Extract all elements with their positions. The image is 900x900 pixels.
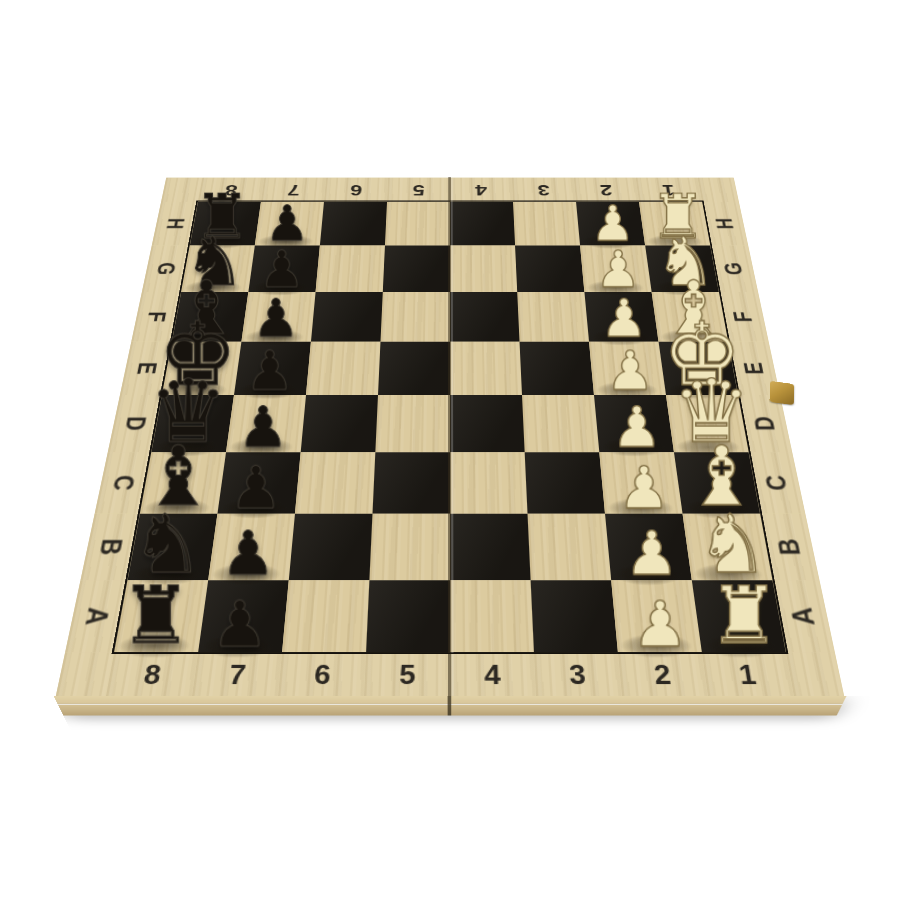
board-corner [786,652,845,697]
square-e7: ♟ [234,342,311,395]
brass-latch [769,381,794,405]
rank-label-bottom-8: 8 [106,652,198,697]
square-a1: ♜ [692,580,786,652]
square-e3 [520,342,594,395]
rank-label-top-2: 2 [574,178,639,202]
square-e6 [306,342,380,395]
piece-shadow [587,379,669,402]
square-b6 [289,514,373,580]
square-g4 [450,246,517,293]
coordinate-text: 4 [475,182,487,196]
coordinate-text: 4 [484,661,501,688]
square-e4 [450,342,522,395]
rank-label-top-8: 8 [198,178,264,202]
square-g2: ♟ [580,246,652,293]
rank-label-bottom-1: 1 [702,652,794,697]
coordinate-text: F [144,311,170,322]
piece-shadow [651,327,731,348]
square-a7: ♟ [198,580,289,652]
board-grid: 87654321H♜♟♟♜HG♞♟♟♞GF♝♟♟♝FE♚♟♟♚ED♛♟♟♛DC♝… [56,178,845,697]
rank-label-bottom-3: 3 [534,652,622,697]
piece-shadow [119,560,212,589]
square-f1: ♝ [652,292,728,342]
coordinate-text: 3 [537,182,550,196]
square-h6 [320,202,387,246]
coordinate-text: A [81,607,113,625]
coordinate-text: 5 [413,182,425,196]
coordinate-text: 8 [224,182,238,196]
square-c3 [525,452,605,514]
rank-label-top-4: 4 [450,178,513,202]
rank-label-bottom-5: 5 [364,652,450,697]
square-e2: ♟ [589,342,666,395]
square-e5 [378,342,450,395]
square-b5 [369,514,450,580]
square-d8: ♛ [151,395,234,452]
coordinate-text: E [133,362,160,374]
square-d1: ♛ [666,395,749,452]
square-d4 [450,395,525,452]
piece-shadow [683,560,776,589]
coordinate-text: 3 [568,661,586,688]
piece-shadow [155,379,238,402]
square-h2: ♟ [576,202,645,246]
file-label-left-E: E [120,342,172,395]
coordinate-text: C [109,475,138,490]
square-h8: ♜ [190,202,261,246]
square-a2: ♟ [611,580,702,652]
board-corner [698,178,739,202]
rank-label-top-7: 7 [261,178,326,202]
square-h7: ♟ [255,202,324,246]
coordinate-text: 2 [653,661,673,688]
square-c8: ♝ [140,452,226,514]
square-c1: ♝ [674,452,760,514]
square-a4 [450,580,534,652]
square-c7: ♟ [217,452,300,514]
square-g6 [316,246,385,293]
square-g7: ♟ [248,246,320,293]
coordinate-text: G [721,262,746,275]
coordinate-text: 5 [399,661,416,688]
piece-shadow [658,379,741,402]
square-f7: ♟ [241,292,315,342]
square-d7: ♟ [226,395,306,452]
square-g8: ♞ [181,246,255,293]
square-d2: ♟ [594,395,674,452]
square-a3 [531,580,618,652]
square-f6 [311,292,383,342]
square-f2: ♟ [584,292,658,342]
coordinate-text: D [121,416,149,430]
rank-label-top-1: 1 [636,178,702,202]
square-d5 [375,395,450,452]
file-label-left-C: C [95,452,152,514]
square-c6 [295,452,375,514]
coordinate-text: B [774,538,805,555]
square-g3 [515,246,584,293]
file-label-left-F: F [131,292,181,342]
coordinate-text: 2 [599,182,613,196]
chess-board: 87654321H♜♟♟♜HG♞♟♟♞GF♝♟♟♝FE♚♟♟♚ED♛♟♟♛DC♝… [56,178,845,697]
square-f3 [517,292,589,342]
rank-label-top-6: 6 [324,178,388,202]
square-b2: ♟ [605,514,692,580]
coordinate-text: 8 [142,661,163,688]
square-d6 [301,395,378,452]
square-b3 [528,514,612,580]
coordinate-text: A [787,607,819,625]
piece-shadow [200,560,292,589]
square-f5 [380,292,450,342]
square-g5 [383,246,450,293]
coordinate-text: E [740,362,767,374]
coordinate-text: H [713,218,737,229]
square-e8: ♚ [162,342,241,395]
board-corner [161,178,202,202]
square-a5 [366,580,450,652]
rank-label-bottom-7: 7 [192,652,282,697]
coordinate-text: G [153,262,178,275]
piece-shadow [165,327,245,348]
file-label-right-C: C [749,452,806,514]
coordinate-text: 7 [287,182,301,196]
square-b8: ♞ [128,514,218,580]
square-c2: ♟ [599,452,682,514]
coordinate-text: 1 [737,661,758,688]
coordinate-text: D [751,416,779,430]
file-label-right-F: F [719,292,769,342]
square-b4 [450,514,531,580]
piece-shadow [603,560,695,589]
rank-label-top-5: 5 [387,178,450,202]
square-g1: ♞ [645,246,719,293]
side-edge-seam [448,696,452,716]
board-scene: 87654321H♜♟♟♜HG♞♟♟♞GF♝♟♟♝FE♚♟♟♚ED♛♟♟♛DC♝… [120,65,780,725]
board-side-edge [53,696,846,716]
rank-label-bottom-2: 2 [618,652,708,697]
coordinate-text: B [95,538,126,555]
piece-shadow [227,379,309,402]
square-c4 [450,452,528,514]
square-a6 [282,580,369,652]
coordinate-text: 6 [313,661,331,688]
square-b7: ♟ [208,514,295,580]
square-h4 [450,202,515,246]
square-f8: ♝ [172,292,248,342]
rank-label-top-3: 3 [512,178,576,202]
coordinate-text: 1 [661,182,675,196]
photo-background: 87654321H♜♟♟♜HG♞♟♟♞GF♝♟♟♝FE♚♟♟♚ED♛♟♟♛DC♝… [0,0,900,900]
square-b1: ♞ [683,514,773,580]
square-h1: ♜ [639,202,710,246]
rank-label-bottom-4: 4 [450,652,536,697]
coordinate-text: F [730,311,756,322]
square-h3 [513,202,580,246]
square-a8: ♜ [114,580,208,652]
square-e1: ♚ [659,342,738,395]
square-h5 [385,202,450,246]
board-corner [56,652,115,697]
coordinate-text: C [762,475,791,490]
coordinate-text: 7 [228,661,248,688]
coordinate-text: 6 [350,182,363,196]
square-d3 [522,395,599,452]
piece-shadow [582,327,661,348]
piece-shadow [235,327,314,348]
rank-label-bottom-6: 6 [278,652,366,697]
square-f4 [450,292,520,342]
coordinate-text: H [163,218,187,229]
square-c5 [372,452,450,514]
